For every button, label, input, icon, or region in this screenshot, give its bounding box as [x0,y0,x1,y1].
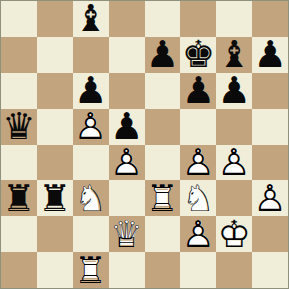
white-pawn[interactable]: ♟♙ [109,145,145,181]
black-pawn[interactable]: ♟ [252,37,288,73]
black-queen[interactable]: ♛ [1,109,37,145]
square-b7[interactable] [37,37,73,73]
square-h5[interactable] [252,109,288,145]
square-a7[interactable] [1,37,37,73]
square-a4[interactable] [1,145,37,181]
square-h7[interactable]: ♟ [252,37,288,73]
square-g6[interactable]: ♟ [216,73,252,109]
square-d5[interactable]: ♟ [109,109,145,145]
square-h3[interactable]: ♟♙ [252,180,288,216]
square-d4[interactable]: ♟♙ [109,145,145,181]
square-c6[interactable]: ♟ [73,73,109,109]
square-e6[interactable] [145,73,181,109]
square-a8[interactable] [1,1,37,37]
square-f7[interactable]: ♚ [180,37,216,73]
square-g8[interactable] [216,1,252,37]
square-f4[interactable]: ♟♙ [180,145,216,181]
square-d8[interactable] [109,1,145,37]
white-pawn[interactable]: ♟♙ [180,145,216,181]
square-e1[interactable] [145,252,181,288]
square-d3[interactable] [109,180,145,216]
square-b6[interactable] [37,73,73,109]
square-c1[interactable]: ♜♖ [73,252,109,288]
square-h6[interactable] [252,73,288,109]
black-pawn[interactable]: ♟ [216,73,252,109]
square-a2[interactable] [1,216,37,252]
square-f1[interactable] [180,252,216,288]
black-bishop[interactable]: ♝ [73,1,109,37]
square-d1[interactable] [109,252,145,288]
square-c8[interactable]: ♝ [73,1,109,37]
square-d2[interactable]: ♛♕ [109,216,145,252]
black-rook[interactable]: ♜ [37,180,73,216]
square-g5[interactable] [216,109,252,145]
square-g3[interactable] [216,180,252,216]
square-e4[interactable] [145,145,181,181]
square-a1[interactable] [1,252,37,288]
black-bishop[interactable]: ♝ [216,37,252,73]
white-pawn[interactable]: ♟♙ [180,216,216,252]
square-b1[interactable] [37,252,73,288]
square-g4[interactable]: ♟♙ [216,145,252,181]
square-c4[interactable] [73,145,109,181]
black-pawn[interactable]: ♟ [180,73,216,109]
white-queen[interactable]: ♛♕ [109,216,145,252]
square-h1[interactable] [252,252,288,288]
white-king[interactable]: ♚♔ [216,216,252,252]
square-b3[interactable]: ♜ [37,180,73,216]
square-d7[interactable] [109,37,145,73]
square-a3[interactable]: ♜ [1,180,37,216]
square-b5[interactable] [37,109,73,145]
square-f6[interactable]: ♟ [180,73,216,109]
square-d6[interactable] [109,73,145,109]
square-b8[interactable] [37,1,73,37]
black-pawn[interactable]: ♟ [73,73,109,109]
square-e8[interactable] [145,1,181,37]
square-b2[interactable] [37,216,73,252]
square-e7[interactable]: ♟ [145,37,181,73]
square-h4[interactable] [252,145,288,181]
square-f5[interactable] [180,109,216,145]
square-a6[interactable] [1,73,37,109]
square-h2[interactable] [252,216,288,252]
white-pawn[interactable]: ♟♙ [73,109,109,145]
square-g1[interactable] [216,252,252,288]
square-c7[interactable] [73,37,109,73]
square-f8[interactable] [180,1,216,37]
square-c2[interactable] [73,216,109,252]
white-pawn[interactable]: ♟♙ [216,145,252,181]
square-g2[interactable]: ♚♔ [216,216,252,252]
square-f2[interactable]: ♟♙ [180,216,216,252]
square-b4[interactable] [37,145,73,181]
black-pawn[interactable]: ♟ [109,109,145,145]
white-pawn[interactable]: ♟♙ [252,180,288,216]
square-c3[interactable]: ♞♘ [73,180,109,216]
square-a5[interactable]: ♛ [1,109,37,145]
square-e5[interactable] [145,109,181,145]
square-g7[interactable]: ♝ [216,37,252,73]
square-e2[interactable] [145,216,181,252]
white-rook[interactable]: ♜♖ [73,252,109,288]
white-knight[interactable]: ♞♘ [180,180,216,216]
square-c5[interactable]: ♟♙ [73,109,109,145]
square-h8[interactable] [252,1,288,37]
black-pawn[interactable]: ♟ [145,37,181,73]
chess-board: ♝♟♚♝♟♟♟♟♛♟♙♟♟♙♟♙♟♙♜♜♞♘♜♖♞♘♟♙♛♕♟♙♚♔♜♖ [0,0,289,289]
white-knight[interactable]: ♞♘ [73,180,109,216]
square-f3[interactable]: ♞♘ [180,180,216,216]
black-king[interactable]: ♚ [180,37,216,73]
square-e3[interactable]: ♜♖ [145,180,181,216]
white-rook[interactable]: ♜♖ [145,180,181,216]
black-rook[interactable]: ♜ [1,180,37,216]
